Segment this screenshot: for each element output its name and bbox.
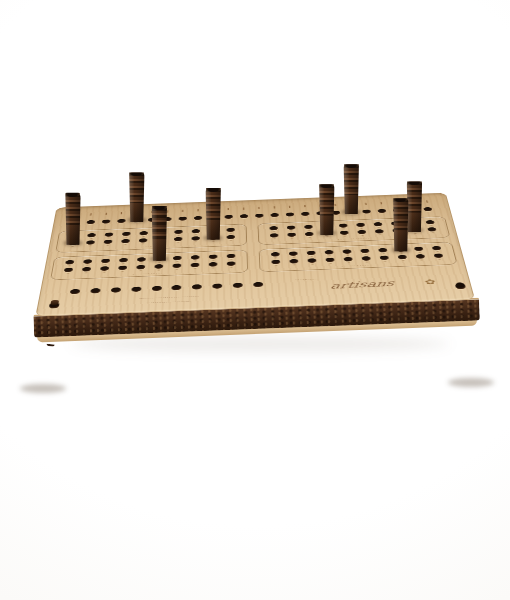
hole-engraved-label: ıı xyxy=(343,228,345,230)
hole-engraved-label: ıı xyxy=(384,260,386,262)
peg-hole[interactable] xyxy=(111,287,121,292)
hole-engraved-label: ıı xyxy=(310,256,312,258)
hole-engraved-label: ıı xyxy=(90,238,92,240)
hole-engraved-label: ıı xyxy=(382,253,384,255)
scale-tick: ı xyxy=(380,201,383,205)
hole-cell: ıı xyxy=(191,263,200,270)
board-3d-scene: ıııııııııııııııııııııııııııııııııııııııı… xyxy=(19,131,489,418)
hole-cell: ıı xyxy=(82,267,92,274)
scoring-peg[interactable] xyxy=(318,184,335,235)
hole-cell: ıı xyxy=(227,235,235,242)
hole-cell: ıı xyxy=(139,231,148,238)
hole-cell: ıı xyxy=(360,249,370,256)
peg-hole[interactable] xyxy=(212,283,222,288)
hole-cell: ıı xyxy=(174,237,183,244)
hole-engraved-label: ıı xyxy=(377,227,379,229)
peg-hole[interactable] xyxy=(301,212,310,216)
hole-cell: ıı xyxy=(271,252,280,259)
hole-cell: ıı xyxy=(192,229,200,236)
hole-engraved-label: ıı xyxy=(430,225,432,227)
scoring-peg[interactable] xyxy=(64,193,81,246)
hole-engraved-label: ıı xyxy=(103,271,105,273)
hole-cell: ıı xyxy=(104,232,113,239)
peg-hole[interactable] xyxy=(255,214,263,218)
peg-hole[interactable] xyxy=(286,212,294,216)
hole-cell: ıı xyxy=(414,247,424,254)
score-box-right-2: ıııııııııııııııııııııııııııııııııııııııı… xyxy=(259,242,458,272)
hole-engraved-label: ıı xyxy=(86,264,88,266)
hole-engraved-label: ıı xyxy=(328,255,330,257)
hole-cell: ıı xyxy=(426,220,436,227)
hole-cell: ıı xyxy=(356,223,365,230)
peg-hole[interactable] xyxy=(271,213,279,217)
hole-engraved-label: ıı xyxy=(436,251,439,253)
maker-emblem-icon: ✿ xyxy=(424,278,436,285)
hole-engraved-label: ıı xyxy=(230,259,232,261)
hole-cell: ıı xyxy=(227,261,236,268)
hole-engraved-label: ıı xyxy=(124,244,126,246)
hole-cell: ıı xyxy=(289,259,298,266)
hole-engraved-label: ıı xyxy=(177,242,179,244)
hole-engraved-label: ıı xyxy=(176,261,178,263)
hole-cell: ıı xyxy=(100,266,109,273)
peg-hole[interactable] xyxy=(172,285,182,290)
hole-engraved-label: ıı xyxy=(176,268,178,270)
scoring-peg[interactable] xyxy=(205,188,222,240)
hole-engraved-label: ıı xyxy=(194,268,196,270)
peg-hole[interactable] xyxy=(225,215,233,219)
hole-cell: ıı xyxy=(287,233,296,240)
hole-engraved-label: ıı xyxy=(230,232,232,234)
hole-cell: ıı xyxy=(122,232,131,239)
hole-cell: ıı xyxy=(287,225,296,232)
peg-hole[interactable] xyxy=(194,216,202,220)
hole-engraved-label: ıı xyxy=(122,263,124,265)
peg-hole[interactable] xyxy=(117,219,126,223)
hole-engraved-label: ıı xyxy=(121,271,123,273)
hole-engraved-label: ıı xyxy=(308,229,310,231)
hole-cell: ıı xyxy=(172,263,181,270)
hole-engraved-label: ıı xyxy=(293,264,295,266)
scale-tick: ı xyxy=(365,202,368,206)
scale-tick: ı xyxy=(120,211,123,215)
hole-cell: ıı xyxy=(342,249,351,256)
peg-hole[interactable] xyxy=(90,288,100,293)
hole-cell: ıı xyxy=(227,228,235,235)
hole-engraved-label: ıı xyxy=(104,263,106,265)
peg-hole[interactable] xyxy=(192,284,202,289)
hole-engraved-label: ıı xyxy=(230,266,232,268)
hole-cell: ıı xyxy=(398,255,408,262)
hole-cell: ıı xyxy=(139,238,148,245)
hole-engraved-label: ıı xyxy=(329,263,331,265)
hole-engraved-label: ıı xyxy=(275,265,277,267)
score-board: ıııııııııııııııııııııııııııııııııııııııı… xyxy=(19,131,489,418)
hole-engraved-label: ıı xyxy=(290,230,292,232)
scoring-peg[interactable] xyxy=(128,172,145,222)
scale-tick: ı xyxy=(304,204,307,208)
hole-engraved-label: ıı xyxy=(67,273,69,275)
hole-engraved-label: ıı xyxy=(273,238,275,240)
hole-engraved-label: ıı xyxy=(438,258,441,260)
peg-hole[interactable] xyxy=(377,209,386,213)
scale-tick: ı xyxy=(227,207,229,211)
hole-engraved-label: ıı xyxy=(68,265,70,267)
hole-engraved-label: ıı xyxy=(107,237,109,239)
hole-engraved-label: ıı xyxy=(308,237,310,239)
scale-tick: ı xyxy=(243,207,245,211)
hole-cell: ıı xyxy=(119,258,128,265)
hole-engraved-label: ıı xyxy=(432,232,435,234)
peg-hole[interactable] xyxy=(131,287,141,292)
hole-cell: ıı xyxy=(357,230,366,237)
hole-cell: ıı xyxy=(362,256,372,263)
hole-engraved-label: ıı xyxy=(311,263,313,265)
hole-cell: ıı xyxy=(378,248,388,255)
hole-cell: ıı xyxy=(326,258,335,265)
hole-engraved-label: ıı xyxy=(195,234,197,236)
hole-cell: ıı xyxy=(121,239,130,246)
peg-hole[interactable] xyxy=(423,207,432,211)
hole-cell: ıı xyxy=(63,268,73,275)
hole-engraved-label: ıı xyxy=(274,257,276,259)
scoring-peg[interactable] xyxy=(392,198,409,251)
hole-cell: ıı xyxy=(305,232,314,239)
hole-cell: ıı xyxy=(289,251,298,258)
hole-cell: ıı xyxy=(271,260,280,267)
hole-engraved-label: ıı xyxy=(418,251,421,253)
hole-cell: ıı xyxy=(375,229,384,236)
hole-engraved-label: ıı xyxy=(106,244,108,246)
peg-hole[interactable] xyxy=(102,219,111,223)
hole-engraved-label: ıı xyxy=(125,236,127,238)
hole-cell: ıı xyxy=(118,266,127,273)
hole-engraved-label: ıı xyxy=(379,234,381,236)
scale-tick: ı xyxy=(273,205,275,209)
hole-cell: ıı xyxy=(307,258,316,265)
hole-engraved-label: ıı xyxy=(402,260,405,262)
hole-engraved-label: ıı xyxy=(230,240,232,242)
hole-cell: ıı xyxy=(103,240,112,247)
hole-cell: ıı xyxy=(325,250,334,257)
peg-hole[interactable] xyxy=(151,286,161,291)
hole-cell: ıı xyxy=(137,257,146,264)
hole-cell: ıı xyxy=(136,265,145,272)
hole-cell: ıı xyxy=(307,251,316,258)
hole-engraved-label: ıı xyxy=(140,262,142,264)
peg-hole[interactable] xyxy=(233,283,243,288)
hole-engraved-label: ıı xyxy=(212,267,214,269)
scale-tick: ı xyxy=(197,208,199,212)
hole-cell: ıı xyxy=(304,225,313,232)
hole-cell: ıı xyxy=(86,240,95,247)
hole-cell: ıı xyxy=(87,233,96,240)
hole-engraved-label: ıı xyxy=(177,234,179,236)
hole-cell: ıı xyxy=(380,256,390,263)
scale-tick: ı xyxy=(288,205,290,209)
hole-cell: ıı xyxy=(65,260,75,267)
scale-tick: ı xyxy=(334,203,337,207)
scale-tick: ı xyxy=(181,209,183,213)
hole-cell: ıı xyxy=(434,253,444,260)
scoring-peg[interactable] xyxy=(406,181,423,232)
hole-engraved-label: ıı xyxy=(360,227,362,229)
hole-cell: ıı xyxy=(83,259,92,266)
scale-tick: ı xyxy=(258,206,260,210)
hole-engraved-label: ıı xyxy=(195,241,197,243)
hole-engraved-label: ıı xyxy=(292,256,294,258)
hole-cell: ıı xyxy=(344,257,354,264)
hole-cell: ıı xyxy=(209,262,218,269)
hole-cell: ıı xyxy=(191,236,199,243)
hole-cell: ıı xyxy=(427,227,437,234)
hole-engraved-label: ıı xyxy=(420,259,423,261)
hole-engraved-label: ıı xyxy=(326,236,328,238)
hole-cell: ıı xyxy=(339,223,348,230)
scoring-peg[interactable] xyxy=(151,206,168,261)
hole-cell: ıı xyxy=(340,231,349,238)
scale-tick: ı xyxy=(105,212,108,216)
peg-hole[interactable] xyxy=(179,217,187,221)
hole-cell: ıı xyxy=(227,254,236,261)
hole-cell: ıı xyxy=(173,256,182,263)
peg-hole[interactable] xyxy=(362,210,371,214)
hole-cell: ıı xyxy=(191,255,200,262)
hole-cell: ıı xyxy=(174,230,183,237)
corner-storage-hole-right[interactable] xyxy=(455,282,467,289)
hole-engraved-label: ıı xyxy=(291,237,293,239)
photo-stage: ıııııııııııııııııııııııııııııııııııııııı… xyxy=(0,0,510,600)
hole-engraved-label: ıı xyxy=(142,236,144,238)
hole-cell: ıı xyxy=(209,254,218,261)
hole-engraved-label: ıı xyxy=(212,259,214,261)
hole-engraved-label: ıı xyxy=(364,253,366,255)
peg-hole[interactable] xyxy=(86,220,95,224)
score-half-right: ıııııııııııııııııııııııııııııııııııııııı… xyxy=(257,216,458,276)
peg-hole[interactable] xyxy=(70,289,81,294)
scale-tick: ı xyxy=(426,200,429,204)
hole-cell: ıı xyxy=(374,222,383,229)
hole-cell: ıı xyxy=(154,264,163,271)
scoring-peg[interactable] xyxy=(343,164,360,214)
hole-cell: ıı xyxy=(432,246,442,253)
peg-hole[interactable] xyxy=(240,214,248,218)
hole-engraved-label: ıı xyxy=(194,260,196,262)
hole-engraved-label: ıı xyxy=(273,231,275,233)
hole-cell: ıı xyxy=(269,226,278,233)
score-box-left-2: ıııııııııııııııııııııııııııııııııııııııı… xyxy=(50,250,248,281)
peg-hole[interactable] xyxy=(253,282,263,287)
hole-cell: ıı xyxy=(416,254,426,261)
hole-engraved-label: ıı xyxy=(89,245,91,247)
hole-cell: ıı xyxy=(270,233,279,240)
scale-tick: ı xyxy=(90,212,93,216)
hole-cell: ıı xyxy=(101,259,110,266)
hole-engraved-label: ıı xyxy=(85,272,87,274)
corner-storage-hole-left[interactable] xyxy=(49,301,60,308)
hole-engraved-label: ıı xyxy=(346,254,348,256)
